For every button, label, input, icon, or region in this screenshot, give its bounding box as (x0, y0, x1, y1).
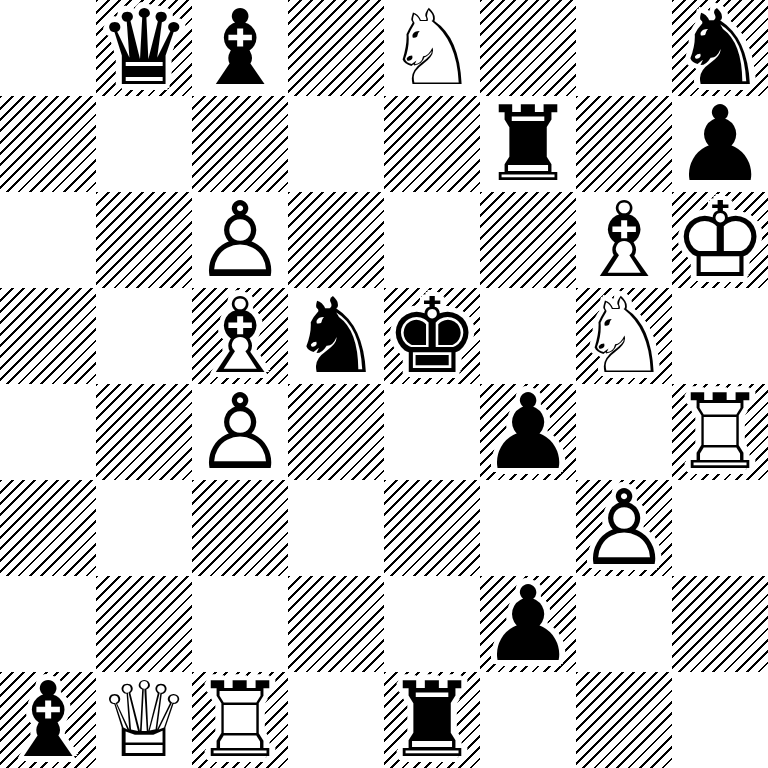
square-g1[interactable] (576, 672, 672, 768)
square-h6[interactable]: ♚♔ (672, 192, 768, 288)
square-a8[interactable] (0, 0, 96, 96)
white-rook: ♖ (672, 384, 768, 480)
square-f7[interactable]: ♜♜ (480, 96, 576, 192)
white-pawn: ♙ (192, 192, 288, 288)
square-f5[interactable] (480, 288, 576, 384)
square-b2[interactable] (96, 576, 192, 672)
square-d4[interactable] (288, 384, 384, 480)
square-b1[interactable]: ♛♕ (96, 672, 192, 768)
square-e4[interactable] (384, 384, 480, 480)
square-d6[interactable] (288, 192, 384, 288)
square-a6[interactable] (0, 192, 96, 288)
square-b7[interactable] (96, 96, 192, 192)
white-king: ♔ (672, 192, 768, 288)
square-d5[interactable]: ♞♞ (288, 288, 384, 384)
square-g4[interactable] (576, 384, 672, 480)
square-h8[interactable]: ♞♞ (672, 0, 768, 96)
white-bishop: ♗ (192, 288, 288, 384)
white-knight: ♘ (384, 0, 480, 96)
white-bishop: ♗ (576, 192, 672, 288)
square-a4[interactable] (0, 384, 96, 480)
square-h5[interactable] (672, 288, 768, 384)
black-pawn: ♟ (672, 96, 768, 192)
square-e7[interactable] (384, 96, 480, 192)
square-c2[interactable] (192, 576, 288, 672)
black-king: ♚ (384, 288, 480, 384)
square-d2[interactable] (288, 576, 384, 672)
square-f8[interactable] (480, 0, 576, 96)
square-g7[interactable] (576, 96, 672, 192)
square-b3[interactable] (96, 480, 192, 576)
square-d7[interactable] (288, 96, 384, 192)
square-g2[interactable] (576, 576, 672, 672)
square-f3[interactable] (480, 480, 576, 576)
black-knight: ♞ (672, 0, 768, 96)
square-g6[interactable]: ♝♗ (576, 192, 672, 288)
square-f4[interactable]: ♟♟ (480, 384, 576, 480)
square-a7[interactable] (0, 96, 96, 192)
square-e8[interactable]: ♞♘ (384, 0, 480, 96)
chess-board: ♛♛♝♝♞♘♞♞♜♜♟♟♟♙♝♗♚♔♝♗♞♞♚♚♞♘♟♙♟♟♜♖♟♙♟♟♝♝♛♕… (0, 0, 768, 768)
square-h7[interactable]: ♟♟ (672, 96, 768, 192)
square-g5[interactable]: ♞♘ (576, 288, 672, 384)
square-f1[interactable] (480, 672, 576, 768)
square-c5[interactable]: ♝♗ (192, 288, 288, 384)
black-pawn: ♟ (480, 384, 576, 480)
white-pawn: ♙ (576, 480, 672, 576)
square-c8[interactable]: ♝♝ (192, 0, 288, 96)
black-bishop: ♝ (192, 0, 288, 96)
square-c6[interactable]: ♟♙ (192, 192, 288, 288)
square-a2[interactable] (0, 576, 96, 672)
square-a3[interactable] (0, 480, 96, 576)
square-b6[interactable] (96, 192, 192, 288)
square-d3[interactable] (288, 480, 384, 576)
black-knight: ♞ (288, 288, 384, 384)
white-rook: ♖ (192, 672, 288, 768)
white-queen: ♕ (96, 672, 192, 768)
square-h1[interactable] (672, 672, 768, 768)
square-c4[interactable]: ♟♙ (192, 384, 288, 480)
square-h2[interactable] (672, 576, 768, 672)
square-c1[interactable]: ♜♖ (192, 672, 288, 768)
square-b8[interactable]: ♛♛ (96, 0, 192, 96)
square-d1[interactable] (288, 672, 384, 768)
square-h3[interactable] (672, 480, 768, 576)
square-a5[interactable] (0, 288, 96, 384)
black-rook: ♜ (480, 96, 576, 192)
black-queen: ♛ (96, 0, 192, 96)
square-f6[interactable] (480, 192, 576, 288)
black-pawn: ♟ (480, 576, 576, 672)
square-e1[interactable]: ♜♜ (384, 672, 480, 768)
square-g8[interactable] (576, 0, 672, 96)
white-pawn: ♙ (192, 384, 288, 480)
square-b5[interactable] (96, 288, 192, 384)
square-c7[interactable] (192, 96, 288, 192)
square-e2[interactable] (384, 576, 480, 672)
square-d8[interactable] (288, 0, 384, 96)
square-f2[interactable]: ♟♟ (480, 576, 576, 672)
square-c3[interactable] (192, 480, 288, 576)
black-bishop: ♝ (0, 672, 96, 768)
square-e5[interactable]: ♚♚ (384, 288, 480, 384)
square-b4[interactable] (96, 384, 192, 480)
square-e3[interactable] (384, 480, 480, 576)
black-rook: ♜ (384, 672, 480, 768)
square-a1[interactable]: ♝♝ (0, 672, 96, 768)
square-g3[interactable]: ♟♙ (576, 480, 672, 576)
square-h4[interactable]: ♜♖ (672, 384, 768, 480)
square-e6[interactable] (384, 192, 480, 288)
white-knight: ♘ (576, 288, 672, 384)
